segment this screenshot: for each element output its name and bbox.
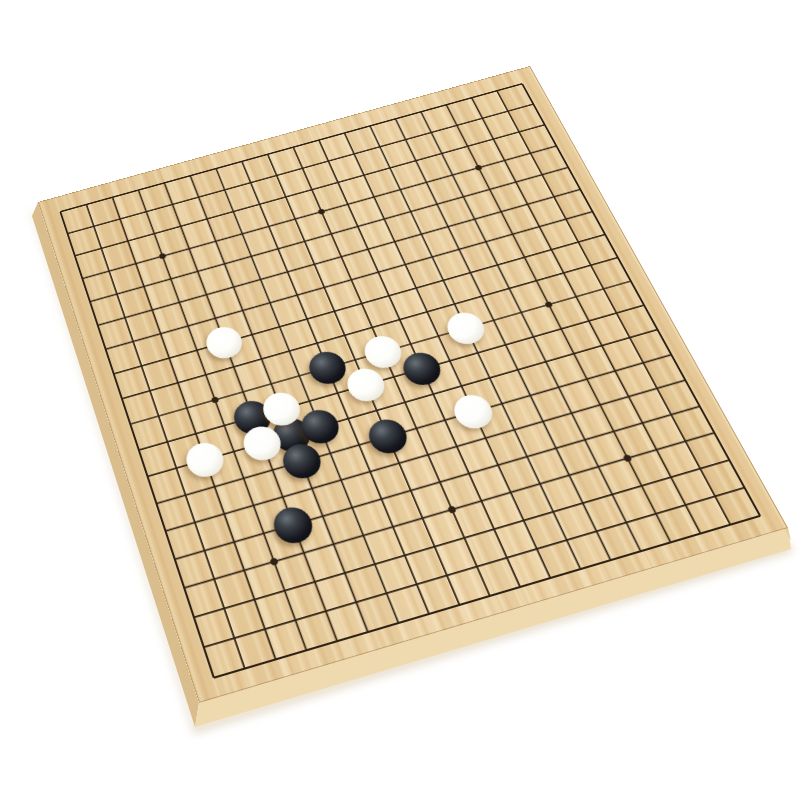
grid-line-horizontal	[106, 212, 593, 350]
star-point	[447, 505, 457, 513]
star-point	[269, 557, 278, 566]
star-point	[474, 164, 483, 171]
star-point	[317, 208, 325, 215]
star-point	[211, 396, 220, 404]
star-point	[623, 454, 633, 462]
grid-line-vertical	[242, 161, 429, 614]
go-board-photo-scene	[0, 0, 800, 800]
grid-line-horizontal	[98, 189, 581, 325]
star-point	[159, 253, 167, 260]
grid-line-horizontal	[90, 167, 568, 301]
star-point	[544, 301, 553, 308]
grid-line-horizontal	[114, 234, 605, 373]
